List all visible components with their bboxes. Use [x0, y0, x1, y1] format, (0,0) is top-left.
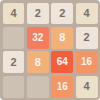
tile-2-r1c3: 2	[51, 3, 73, 25]
tile-8-r3c2: 8	[27, 51, 49, 73]
empty-cell-r4c1	[3, 76, 25, 98]
tile-4-r1c4: 4	[76, 3, 98, 25]
empty-cell-r2c1	[3, 27, 25, 49]
2048-board[interactable]: 42243282286416164	[0, 0, 100, 100]
tile-8-r2c3: 8	[51, 27, 73, 49]
tile-4-r1c1: 4	[3, 3, 25, 25]
tile-16-r4c3: 16	[51, 76, 73, 98]
tile-4-r4c4: 4	[76, 76, 98, 98]
tile-2-r2c4: 2	[76, 27, 98, 49]
tile-2-r3c1: 2	[3, 51, 25, 73]
tile-2-r1c2: 2	[27, 3, 49, 25]
tile-32-r2c2: 32	[27, 27, 49, 49]
tile-16-r3c4: 16	[76, 51, 98, 73]
empty-cell-r4c2	[27, 76, 49, 98]
tile-64-r3c3: 64	[51, 51, 73, 73]
